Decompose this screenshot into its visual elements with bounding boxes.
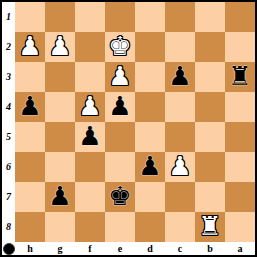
black-rook: ♜ [228,63,251,89]
square-d3[interactable] [135,62,165,92]
square-b5[interactable] [195,122,225,152]
square-e8[interactable] [105,212,135,242]
square-h2[interactable]: ♟ [15,32,45,62]
square-f1[interactable] [75,2,105,32]
white-pawn: ♟ [168,153,191,179]
square-h7[interactable] [15,182,45,212]
black-pawn: ♟ [48,183,71,209]
file-label-e: e [105,242,135,255]
square-d5[interactable] [135,122,165,152]
square-c2[interactable] [165,32,195,62]
square-a2[interactable] [225,32,255,62]
rank-label-6: 6 [2,152,15,182]
rank-label-2: 2 [2,32,15,62]
square-e7[interactable]: ♚ [105,182,135,212]
square-g4[interactable] [45,92,75,122]
square-d6[interactable]: ♟ [135,152,165,182]
square-c3[interactable]: ♟ [165,62,195,92]
file-label-a: a [225,242,255,255]
square-f5[interactable]: ♟ [75,122,105,152]
rank-label-7: 7 [2,182,15,212]
black-pawn: ♟ [78,123,101,149]
square-b7[interactable] [195,182,225,212]
rank-label-1: 1 [2,2,15,32]
square-b3[interactable] [195,62,225,92]
square-g1[interactable] [45,2,75,32]
square-e6[interactable] [105,152,135,182]
square-a1[interactable] [225,2,255,32]
square-g6[interactable] [45,152,75,182]
square-g8[interactable] [45,212,75,242]
square-d2[interactable] [135,32,165,62]
white-pawn: ♟ [18,33,41,59]
square-c1[interactable] [165,2,195,32]
black-pawn: ♟ [108,93,131,119]
white-rook: ♜ [198,213,221,239]
square-f7[interactable] [75,182,105,212]
square-b1[interactable] [195,2,225,32]
square-h3[interactable] [15,62,45,92]
white-pawn: ♟ [78,93,101,119]
square-g2[interactable]: ♟ [45,32,75,62]
square-g7[interactable]: ♟ [45,182,75,212]
square-e4[interactable]: ♟ [105,92,135,122]
square-a7[interactable] [225,182,255,212]
black-king: ♚ [108,183,131,209]
chess-diagram: 12♟♟♚3♟♟♜4♟♟♟5♟6♟♟7♟♚8♜hgfedcba [0,0,257,257]
square-h8[interactable] [15,212,45,242]
square-a4[interactable] [225,92,255,122]
white-pawn: ♟ [108,63,131,89]
square-b6[interactable] [195,152,225,182]
square-f4[interactable]: ♟ [75,92,105,122]
file-label-c: c [165,242,195,255]
square-a8[interactable] [225,212,255,242]
board-corner [2,242,15,255]
square-b8[interactable]: ♜ [195,212,225,242]
square-e2[interactable]: ♚ [105,32,135,62]
file-label-f: f [75,242,105,255]
square-c6[interactable]: ♟ [165,152,195,182]
chess-board: 12♟♟♚3♟♟♜4♟♟♟5♟6♟♟7♟♚8♜hgfedcba [2,2,255,255]
white-king: ♚ [108,33,131,59]
black-pawn: ♟ [18,93,41,119]
square-f2[interactable] [75,32,105,62]
square-f6[interactable] [75,152,105,182]
square-a3[interactable]: ♜ [225,62,255,92]
square-d7[interactable] [135,182,165,212]
square-c5[interactable] [165,122,195,152]
square-d1[interactable] [135,2,165,32]
square-h1[interactable] [15,2,45,32]
square-b2[interactable] [195,32,225,62]
square-b4[interactable] [195,92,225,122]
square-c4[interactable] [165,92,195,122]
square-e1[interactable] [105,2,135,32]
square-f8[interactable] [75,212,105,242]
square-h4[interactable]: ♟ [15,92,45,122]
square-a5[interactable] [225,122,255,152]
square-h6[interactable] [15,152,45,182]
white-pawn: ♟ [48,33,71,59]
rank-label-4: 4 [2,92,15,122]
square-e5[interactable] [105,122,135,152]
black-pawn: ♟ [138,153,161,179]
file-label-g: g [45,242,75,255]
file-label-h: h [15,242,45,255]
square-a6[interactable] [225,152,255,182]
square-e3[interactable]: ♟ [105,62,135,92]
file-label-b: b [195,242,225,255]
square-f3[interactable] [75,62,105,92]
rank-label-8: 8 [2,212,15,242]
square-c8[interactable] [165,212,195,242]
file-label-d: d [135,242,165,255]
rank-label-3: 3 [2,62,15,92]
rank-label-5: 5 [2,122,15,152]
black-to-move-indicator [3,243,15,255]
square-h5[interactable] [15,122,45,152]
black-pawn: ♟ [168,63,191,89]
square-c7[interactable] [165,182,195,212]
square-d4[interactable] [135,92,165,122]
square-g3[interactable] [45,62,75,92]
square-d8[interactable] [135,212,165,242]
square-g5[interactable] [45,122,75,152]
